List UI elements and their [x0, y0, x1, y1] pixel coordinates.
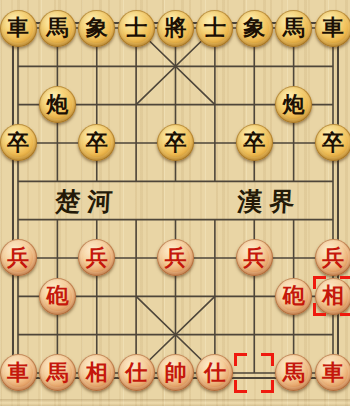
- piece-char: 馬: [46, 16, 68, 38]
- piece-char: 卒: [165, 131, 187, 153]
- piece-black-advisor[interactable]: 士: [118, 10, 155, 47]
- piece-char: 象: [86, 16, 108, 38]
- piece-char: 砲: [283, 284, 305, 306]
- piece-black-chariot[interactable]: 車: [315, 10, 350, 47]
- piece-black-elephant[interactable]: 象: [236, 10, 273, 47]
- piece-char: 仕: [125, 361, 147, 383]
- piece-red-soldier[interactable]: 兵: [315, 239, 350, 276]
- piece-char: 馬: [283, 16, 305, 38]
- piece-black-horse[interactable]: 馬: [275, 10, 312, 47]
- piece-char: 象: [243, 16, 265, 38]
- piece-red-chariot[interactable]: 車: [0, 354, 37, 391]
- piece-char: 炮: [46, 93, 68, 115]
- piece-char: 卒: [86, 131, 108, 153]
- piece-char: 車: [322, 361, 344, 383]
- piece-char: 卒: [322, 131, 344, 153]
- piece-red-cannon[interactable]: 砲: [39, 278, 76, 315]
- piece-black-soldier[interactable]: 卒: [315, 124, 350, 161]
- piece-char: 車: [7, 16, 29, 38]
- piece-black-soldier[interactable]: 卒: [236, 124, 273, 161]
- piece-char: 兵: [243, 246, 265, 268]
- piece-red-advisor[interactable]: 仕: [118, 354, 155, 391]
- piece-red-soldier[interactable]: 兵: [0, 239, 37, 276]
- piece-red-soldier[interactable]: 兵: [236, 239, 273, 276]
- piece-char: 炮: [283, 93, 305, 115]
- piece-black-elephant[interactable]: 象: [78, 10, 115, 47]
- piece-char: 兵: [7, 246, 29, 268]
- piece-char: 兵: [322, 246, 344, 268]
- piece-char: 士: [204, 16, 226, 38]
- piece-char: 兵: [86, 246, 108, 268]
- piece-char: 相: [86, 361, 108, 383]
- piece-char: 砲: [46, 284, 68, 306]
- piece-black-general[interactable]: 將: [157, 10, 194, 47]
- piece-black-cannon[interactable]: 炮: [39, 86, 76, 123]
- piece-black-soldier[interactable]: 卒: [0, 124, 37, 161]
- piece-char: 相: [322, 284, 344, 306]
- xiangqi-board[interactable]: 楚河 漢界 車馬象士將士象馬車炮炮卒卒卒卒卒兵兵兵兵兵砲砲相車馬相仕帥仕馬車: [0, 0, 350, 406]
- piece-char: 仕: [204, 361, 226, 383]
- piece-char: 將: [165, 16, 187, 38]
- river-label-right: 漢界: [230, 189, 302, 214]
- piece-black-cannon[interactable]: 炮: [275, 86, 312, 123]
- piece-red-cannon[interactable]: 砲: [275, 278, 312, 315]
- river-label-left: 楚河: [48, 189, 120, 214]
- piece-char: 馬: [283, 361, 305, 383]
- piece-char: 車: [7, 361, 29, 383]
- piece-char: 卒: [7, 131, 29, 153]
- piece-black-horse[interactable]: 馬: [39, 10, 76, 47]
- board-bottom-edge: [0, 399, 350, 406]
- piece-char: 帥: [165, 361, 187, 383]
- piece-char: 士: [125, 16, 147, 38]
- piece-black-chariot[interactable]: 車: [0, 10, 37, 47]
- piece-red-elephant[interactable]: 相: [315, 278, 350, 315]
- piece-black-advisor[interactable]: 士: [196, 10, 233, 47]
- piece-red-chariot[interactable]: 車: [315, 354, 350, 391]
- piece-char: 卒: [243, 131, 265, 153]
- piece-char: 馬: [46, 361, 68, 383]
- piece-char: 車: [322, 16, 344, 38]
- piece-char: 兵: [165, 246, 187, 268]
